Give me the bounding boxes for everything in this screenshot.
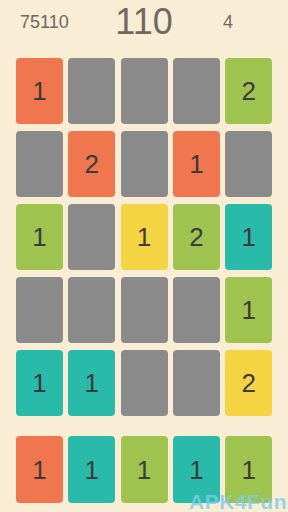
- tile-r1c4-empty: [173, 58, 220, 124]
- tile-r1c1-orange-1[interactable]: 1: [16, 58, 63, 124]
- tile-r5c5-yellow-2[interactable]: 2: [225, 350, 272, 416]
- watermark: APK4Fun: [189, 490, 287, 512]
- tile-r4c4-empty: [173, 277, 220, 343]
- tile-r4c2-empty: [68, 277, 115, 343]
- tile-r3c2-empty: [68, 204, 115, 270]
- tile-r5c2-teal-1[interactable]: 1: [68, 350, 115, 416]
- tile-r2c5-empty: [225, 131, 272, 197]
- tile-r3c4-green-2[interactable]: 2: [173, 204, 220, 270]
- tile-r1c5-green-2[interactable]: 2: [225, 58, 272, 124]
- tile-r5c4-empty: [173, 350, 220, 416]
- tile-r5c3-empty: [121, 350, 168, 416]
- game-screen: 75110 110 4 122111211112 11111 APK4Fun: [0, 0, 288, 512]
- tile-r3c5-teal-1[interactable]: 1: [225, 204, 272, 270]
- tile-r1c2-empty: [68, 58, 115, 124]
- tile-r4c5-green-1[interactable]: 1: [225, 277, 272, 343]
- right-counter: 4: [214, 12, 242, 33]
- tile-r4c3-empty: [121, 277, 168, 343]
- tile-r4c1-empty: [16, 277, 63, 343]
- tile-r5c1-teal-1[interactable]: 1: [16, 350, 63, 416]
- tile-r2c4-orange-1[interactable]: 1: [173, 131, 220, 197]
- board-grid: 122111211112: [16, 58, 272, 416]
- tile-r1c3-empty: [121, 58, 168, 124]
- tile-r2c2-orange-2[interactable]: 2: [68, 131, 115, 197]
- queue-tile-1-orange-1[interactable]: 1: [16, 436, 63, 503]
- current-score: 110: [0, 0, 288, 44]
- tile-r2c1-empty: [16, 131, 63, 197]
- queue-tile-2-teal-1[interactable]: 1: [68, 436, 115, 503]
- queue-tile-3-green-1[interactable]: 1: [121, 436, 168, 503]
- tile-r3c1-green-1[interactable]: 1: [16, 204, 63, 270]
- tile-r3c3-yellow-1[interactable]: 1: [121, 204, 168, 270]
- tile-r2c3-empty: [121, 131, 168, 197]
